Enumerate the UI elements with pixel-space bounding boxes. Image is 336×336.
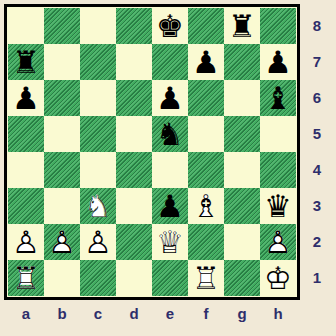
square-b1[interactable] — [44, 260, 80, 296]
white-rook-piece-fill: ♜ — [8, 260, 44, 296]
square-f4[interactable] — [188, 152, 224, 188]
black-pawn-piece[interactable]: ♟ — [152, 188, 188, 224]
square-c8[interactable] — [80, 8, 116, 44]
square-e7[interactable] — [152, 44, 188, 80]
white-queen-piece-fill: ♛ — [152, 224, 188, 260]
white-king-piece-fill: ♚ — [260, 260, 296, 296]
square-h5[interactable] — [260, 116, 296, 152]
white-knight-piece[interactable]: ♘ — [80, 188, 116, 224]
square-g6[interactable] — [224, 80, 260, 116]
file-label-e: e — [152, 301, 188, 327]
black-rook-piece[interactable]: ♜ — [224, 8, 260, 44]
square-e6[interactable]: ♟ — [152, 80, 188, 116]
chess-board-grid: ♚♜♜♟♟♟♟♝♞♞♘♟♝♗♛♟♙♟♙♟♙♛♕♟♙♜♖♜♖♚♔ — [8, 8, 296, 296]
square-c3[interactable]: ♞♘ — [80, 188, 116, 224]
square-b5[interactable] — [44, 116, 80, 152]
square-d3[interactable] — [116, 188, 152, 224]
square-f7[interactable]: ♟ — [188, 44, 224, 80]
rank-label-4: 4 — [302, 152, 332, 188]
square-c5[interactable] — [80, 116, 116, 152]
square-b6[interactable] — [44, 80, 80, 116]
white-king-piece[interactable]: ♔ — [260, 260, 296, 296]
white-pawn-piece-fill: ♟ — [8, 224, 44, 260]
square-g7[interactable] — [224, 44, 260, 80]
black-bishop-piece[interactable]: ♝ — [260, 80, 296, 116]
square-d5[interactable] — [116, 116, 152, 152]
rank-label-7: 7 — [302, 44, 332, 80]
square-d8[interactable] — [116, 8, 152, 44]
square-h7[interactable]: ♟ — [260, 44, 296, 80]
white-pawn-piece[interactable]: ♙ — [8, 224, 44, 260]
square-f6[interactable] — [188, 80, 224, 116]
square-h8[interactable] — [260, 8, 296, 44]
rank-label-6: 6 — [302, 80, 332, 116]
square-f5[interactable] — [188, 116, 224, 152]
file-label-f: f — [188, 301, 224, 327]
square-c7[interactable] — [80, 44, 116, 80]
white-rook-piece[interactable]: ♖ — [188, 260, 224, 296]
black-king-piece[interactable]: ♚ — [152, 8, 188, 44]
square-a3[interactable] — [8, 188, 44, 224]
rank-label-3: 3 — [302, 188, 332, 224]
black-knight-piece[interactable]: ♞ — [152, 116, 188, 152]
white-rook-piece[interactable]: ♖ — [8, 260, 44, 296]
white-pawn-piece[interactable]: ♙ — [80, 224, 116, 260]
black-pawn-piece[interactable]: ♟ — [260, 44, 296, 80]
file-label-b: b — [44, 301, 80, 327]
square-g3[interactable] — [224, 188, 260, 224]
white-queen-piece[interactable]: ♕ — [152, 224, 188, 260]
square-h6[interactable]: ♝ — [260, 80, 296, 116]
square-h1[interactable]: ♚♔ — [260, 260, 296, 296]
square-e8[interactable]: ♚ — [152, 8, 188, 44]
square-c6[interactable] — [80, 80, 116, 116]
square-g8[interactable]: ♜ — [224, 8, 260, 44]
square-e5[interactable]: ♞ — [152, 116, 188, 152]
square-d1[interactable] — [116, 260, 152, 296]
white-pawn-piece[interactable]: ♙ — [260, 224, 296, 260]
file-label-d: d — [116, 301, 152, 327]
square-g5[interactable] — [224, 116, 260, 152]
chess-board: ♚♜♜♟♟♟♟♝♞♞♘♟♝♗♛♟♙♟♙♟♙♛♕♟♙♜♖♜♖♚♔ — [4, 4, 300, 300]
rank-label-1: 1 — [302, 260, 332, 296]
black-pawn-piece[interactable]: ♟ — [152, 80, 188, 116]
white-pawn-piece[interactable]: ♙ — [44, 224, 80, 260]
square-f3[interactable]: ♝♗ — [188, 188, 224, 224]
white-bishop-piece[interactable]: ♗ — [188, 188, 224, 224]
square-f8[interactable] — [188, 8, 224, 44]
square-b7[interactable] — [44, 44, 80, 80]
square-h4[interactable] — [260, 152, 296, 188]
square-a2[interactable]: ♟♙ — [8, 224, 44, 260]
square-c1[interactable] — [80, 260, 116, 296]
square-a1[interactable]: ♜♖ — [8, 260, 44, 296]
square-e4[interactable] — [152, 152, 188, 188]
black-queen-piece[interactable]: ♛ — [260, 188, 296, 224]
square-h3[interactable]: ♛ — [260, 188, 296, 224]
square-a6[interactable]: ♟ — [8, 80, 44, 116]
square-b3[interactable] — [44, 188, 80, 224]
rank-label-8: 8 — [302, 8, 332, 44]
square-c4[interactable] — [80, 152, 116, 188]
square-d6[interactable] — [116, 80, 152, 116]
white-knight-piece-fill: ♞ — [80, 188, 116, 224]
square-g2[interactable] — [224, 224, 260, 260]
white-bishop-piece-fill: ♝ — [188, 188, 224, 224]
square-a7[interactable]: ♜ — [8, 44, 44, 80]
white-pawn-piece-fill: ♟ — [80, 224, 116, 260]
square-f1[interactable]: ♜♖ — [188, 260, 224, 296]
file-label-a: a — [8, 301, 44, 327]
square-b4[interactable] — [44, 152, 80, 188]
square-e1[interactable] — [152, 260, 188, 296]
square-d4[interactable] — [116, 152, 152, 188]
black-rook-piece[interactable]: ♜ — [8, 44, 44, 80]
black-pawn-piece[interactable]: ♟ — [8, 80, 44, 116]
square-g4[interactable] — [224, 152, 260, 188]
square-g1[interactable] — [224, 260, 260, 296]
rank-label-2: 2 — [302, 224, 332, 260]
white-pawn-piece-fill: ♟ — [260, 224, 296, 260]
square-a5[interactable] — [8, 116, 44, 152]
file-label-c: c — [80, 301, 116, 327]
file-label-g: g — [224, 301, 260, 327]
square-f2[interactable] — [188, 224, 224, 260]
white-rook-piece-fill: ♜ — [188, 260, 224, 296]
square-d2[interactable] — [116, 224, 152, 260]
square-h2[interactable]: ♟♙ — [260, 224, 296, 260]
white-pawn-piece-fill: ♟ — [44, 224, 80, 260]
file-label-h: h — [260, 301, 296, 327]
square-b2[interactable]: ♟♙ — [44, 224, 80, 260]
square-a4[interactable] — [8, 152, 44, 188]
square-b8[interactable] — [44, 8, 80, 44]
square-d7[interactable] — [116, 44, 152, 80]
square-e3[interactable]: ♟ — [152, 188, 188, 224]
square-a8[interactable] — [8, 8, 44, 44]
square-c2[interactable]: ♟♙ — [80, 224, 116, 260]
square-e2[interactable]: ♛♕ — [152, 224, 188, 260]
rank-label-5: 5 — [302, 116, 332, 152]
black-pawn-piece[interactable]: ♟ — [188, 44, 224, 80]
